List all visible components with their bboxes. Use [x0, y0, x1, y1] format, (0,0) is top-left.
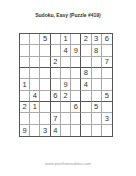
- cell-r5c6: [71, 79, 81, 90]
- cell-r2c8: 8: [92, 45, 102, 56]
- cell-r6c7: [81, 91, 91, 102]
- cell-r9c7: [81, 125, 91, 136]
- cell-r3c4: 2: [51, 57, 61, 68]
- cell-r9c2: [30, 125, 40, 136]
- cell-r5c9: [102, 79, 112, 90]
- cell-r2c3: [40, 45, 50, 56]
- cell-r7c7: [81, 102, 91, 113]
- cell-r5c7: 4: [81, 79, 91, 90]
- cell-r3c2: [30, 57, 40, 68]
- cell-r2c5: 4: [61, 45, 71, 56]
- cell-r6c9: 5: [102, 91, 112, 102]
- cell-r1c7: 2: [81, 34, 91, 45]
- cell-r8c1: [20, 113, 30, 124]
- cell-r1c9: 6: [102, 34, 112, 45]
- footer-url: www.printfreesudoku.com: [0, 161, 136, 166]
- cell-r4c2: [30, 68, 40, 79]
- cell-r6c6: [71, 91, 81, 102]
- cell-r6c1: [20, 91, 30, 102]
- cell-r9c5: [61, 125, 71, 136]
- cell-r7c9: [102, 102, 112, 113]
- cell-r5c1: 1: [20, 79, 30, 90]
- cell-r7c3: [40, 102, 50, 113]
- cell-r7c6: 6: [71, 102, 81, 113]
- cell-r3c9: 7: [102, 57, 112, 68]
- cell-r1c2: [30, 34, 40, 45]
- cell-r1c8: 3: [92, 34, 102, 45]
- cell-r3c5: [61, 57, 71, 68]
- cell-r8c5: [61, 113, 71, 124]
- cell-r2c4: [51, 45, 61, 56]
- sudoku-page: Sudoku, Easy (Puzzle #419) 5123649827819…: [0, 0, 136, 176]
- cell-r9c3: 3: [40, 125, 50, 136]
- cell-r6c2: 4: [30, 91, 40, 102]
- cell-r3c3: [40, 57, 50, 68]
- cell-r4c1: [20, 68, 30, 79]
- cell-r5c2: [30, 79, 40, 90]
- cell-r1c1: [20, 34, 30, 45]
- cell-r6c8: [92, 91, 102, 102]
- cell-r7c4: [51, 102, 61, 113]
- cell-r1c5: 1: [61, 34, 71, 45]
- cell-r2c6: 9: [71, 45, 81, 56]
- cell-r1c6: [71, 34, 81, 45]
- cell-r8c7: [81, 113, 91, 124]
- cell-r2c7: [81, 45, 91, 56]
- cell-r8c9: 3: [102, 113, 112, 124]
- cell-r6c4: 6: [51, 91, 61, 102]
- cell-r8c3: [40, 113, 50, 124]
- cell-r9c8: [92, 125, 102, 136]
- cell-r8c2: [30, 113, 40, 124]
- cell-r8c8: [92, 113, 102, 124]
- cell-r1c3: 5: [40, 34, 50, 45]
- cell-r4c4: [51, 68, 61, 79]
- cell-r9c4: 4: [51, 125, 61, 136]
- cell-r5c3: [40, 79, 50, 90]
- cell-r7c5: [61, 102, 71, 113]
- cell-r7c2: 1: [30, 102, 40, 113]
- cell-r5c4: [51, 79, 61, 90]
- cell-r1c4: [51, 34, 61, 45]
- sudoku-grid: 512364982781944625216573934: [19, 33, 113, 137]
- cell-r9c9: [102, 125, 112, 136]
- cell-r3c6: [71, 57, 81, 68]
- cell-r8c6: [71, 113, 81, 124]
- cell-r8c4: 7: [51, 113, 61, 124]
- cell-r4c9: [102, 68, 112, 79]
- cell-r7c8: 5: [92, 102, 102, 113]
- cell-r2c1: [20, 45, 30, 56]
- cell-r2c2: [30, 45, 40, 56]
- cell-r6c3: [40, 91, 50, 102]
- cell-r4c3: [40, 68, 50, 79]
- cell-r9c6: [71, 125, 81, 136]
- cell-r3c1: [20, 57, 30, 68]
- cell-r4c8: [92, 68, 102, 79]
- cell-r2c9: [102, 45, 112, 56]
- cell-r4c6: [71, 68, 81, 79]
- cell-r3c8: [92, 57, 102, 68]
- cell-r5c8: [92, 79, 102, 90]
- cell-r7c1: 2: [20, 102, 30, 113]
- cell-r5c5: 9: [61, 79, 71, 90]
- cell-r6c5: 2: [61, 91, 71, 102]
- page-title: Sudoku, Easy (Puzzle #419): [0, 12, 136, 18]
- cell-r3c7: [81, 57, 91, 68]
- cell-r4c7: 8: [81, 68, 91, 79]
- cell-r9c1: 9: [20, 125, 30, 136]
- cell-r4c5: [61, 68, 71, 79]
